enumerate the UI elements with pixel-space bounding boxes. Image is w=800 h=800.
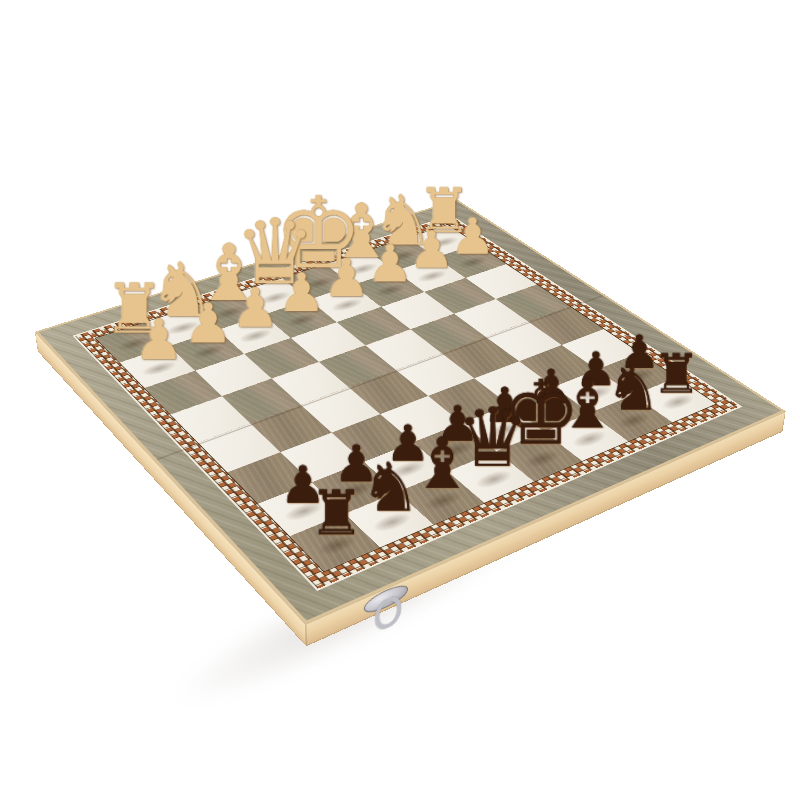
- piece-black-rook[interactable]: ♜: [309, 482, 364, 544]
- piece-white-pawn[interactable]: ♟: [183, 296, 232, 351]
- piece-white-pawn[interactable]: ♟: [231, 281, 280, 335]
- board-face: ♜♞♝♛♚♝♞♜♟♟♟♟♟♟♟♟♟♟♟♟♟♟♟♟♜♞♝♛♚♝♞♜: [35, 199, 786, 624]
- product-photo-scene: ♜♞♝♛♚♝♞♜♟♟♟♟♟♟♟♟♟♟♟♟♟♟♟♟♜♞♝♛♚♝♞♜: [0, 0, 800, 800]
- piece-white-pawn[interactable]: ♟: [278, 266, 326, 319]
- piece-white-pawn[interactable]: ♟: [323, 252, 370, 304]
- piece-white-pawn[interactable]: ♟: [409, 225, 455, 276]
- piece-black-knight[interactable]: ♞: [360, 454, 421, 522]
- piece-white-pawn[interactable]: ♟: [450, 212, 495, 262]
- piece-black-bishop[interactable]: ♝: [411, 429, 475, 500]
- chess-box: ♜♞♝♛♚♝♞♜♟♟♟♟♟♟♟♟♟♟♟♟♟♟♟♟♜♞♝♛♚♝♞♜: [35, 199, 786, 624]
- piece-white-pawn[interactable]: ♟: [367, 238, 413, 290]
- board-squares: ♜♞♝♛♚♝♞♜♟♟♟♟♟♟♟♟♟♟♟♟♟♟♟♟♜♞♝♛♚♝♞♜: [96, 225, 716, 571]
- piece-white-pawn[interactable]: ♟: [134, 312, 184, 368]
